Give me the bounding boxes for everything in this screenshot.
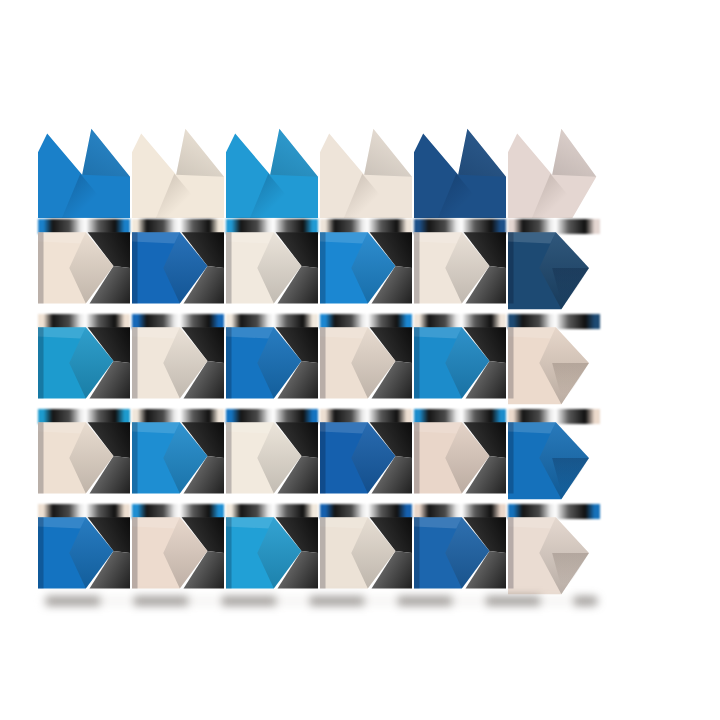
block-wall-grid bbox=[38, 124, 600, 598]
block-cell-wood bbox=[508, 504, 600, 598]
block-cell-wood bbox=[414, 219, 506, 313]
block-band bbox=[414, 314, 506, 329]
block-cell-blue bbox=[132, 409, 224, 503]
block-cell-wood bbox=[414, 409, 506, 503]
block-band bbox=[132, 219, 224, 234]
block-cell-wood bbox=[132, 314, 224, 408]
block-cell-blue bbox=[414, 314, 506, 408]
block-cell-wood bbox=[320, 124, 412, 218]
block-band bbox=[508, 314, 600, 329]
block-cell-blue bbox=[320, 409, 412, 503]
block-band bbox=[38, 504, 130, 519]
block-cell-wood bbox=[226, 219, 318, 313]
block-cell-wood bbox=[38, 409, 130, 503]
block-band bbox=[508, 219, 600, 234]
block-band bbox=[226, 409, 318, 424]
block-band bbox=[414, 504, 506, 519]
block-cell-wood bbox=[508, 124, 600, 218]
block-band bbox=[414, 219, 506, 234]
block-band bbox=[508, 409, 600, 424]
block-band bbox=[132, 409, 224, 424]
block-band bbox=[226, 219, 318, 234]
block-band bbox=[320, 504, 412, 519]
block-band bbox=[38, 409, 130, 424]
block-band bbox=[226, 314, 318, 329]
block-cell-wood bbox=[320, 314, 412, 408]
block-cell-wood bbox=[226, 409, 318, 503]
block-cell-blue bbox=[320, 219, 412, 313]
block-band bbox=[508, 504, 600, 519]
block-cell-blue bbox=[38, 124, 130, 218]
floor-shadow bbox=[42, 596, 598, 606]
block-cell-blue bbox=[226, 504, 318, 598]
block-band bbox=[226, 504, 318, 519]
block-band bbox=[320, 219, 412, 234]
block-cell-wood bbox=[38, 219, 130, 313]
block-band bbox=[132, 314, 224, 329]
block-cell-blue bbox=[226, 314, 318, 408]
block-cell-wood bbox=[508, 314, 600, 408]
block-band bbox=[320, 314, 412, 329]
block-cell-blue bbox=[38, 504, 130, 598]
block-cell-blue bbox=[508, 409, 600, 503]
block-cell-blue bbox=[508, 219, 600, 313]
block-band bbox=[38, 219, 130, 234]
block-cell-blue bbox=[414, 124, 506, 218]
block-band bbox=[414, 409, 506, 424]
block-cell-blue bbox=[38, 314, 130, 408]
block-band bbox=[38, 314, 130, 329]
block-cell-wood bbox=[132, 504, 224, 598]
block-cell-wood bbox=[132, 124, 224, 218]
block-band bbox=[320, 409, 412, 424]
block-cell-blue bbox=[414, 504, 506, 598]
product-photo-stage bbox=[0, 0, 720, 720]
block-cell-wood bbox=[320, 504, 412, 598]
block-band bbox=[132, 504, 224, 519]
block-cell-blue bbox=[226, 124, 318, 218]
block-cell-blue bbox=[132, 219, 224, 313]
